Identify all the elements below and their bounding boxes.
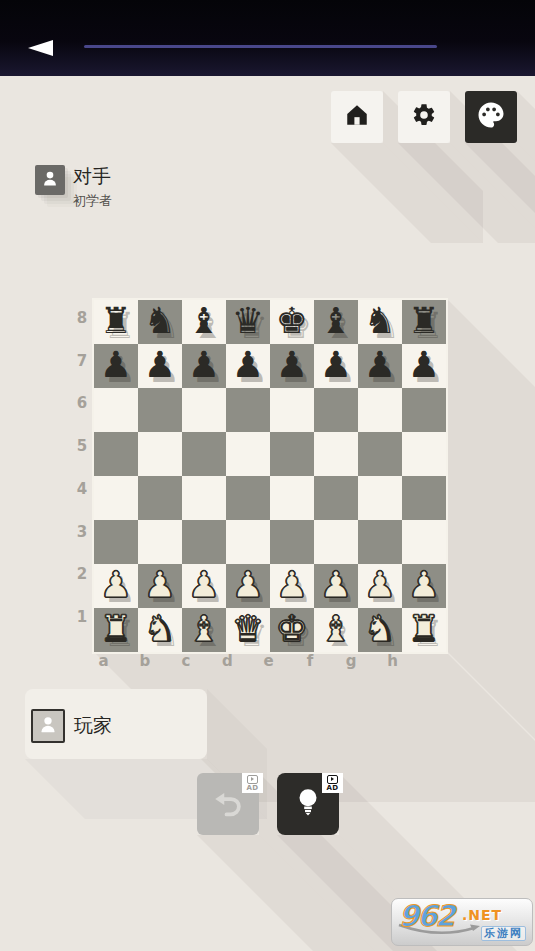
theme-button[interactable] bbox=[465, 91, 517, 143]
square-h7[interactable]: ♟ bbox=[402, 344, 446, 388]
black-knight-piece[interactable]: ♞ bbox=[364, 299, 396, 343]
long-shadow bbox=[448, 300, 535, 762]
square-f2[interactable]: ♟ bbox=[314, 564, 358, 608]
person-icon bbox=[37, 713, 59, 739]
file-label-b: b bbox=[124, 652, 165, 668]
chess-board[interactable]: ♜♞♝♛♚♝♞♜♟♟♟♟♟♟♟♟♟♟♟♟♟♟♟♟♜♞♝♛♚♝♞♜ bbox=[92, 298, 448, 654]
progress-line bbox=[84, 45, 437, 48]
white-pawn-piece[interactable]: ♟ bbox=[320, 563, 352, 607]
black-pawn-piece[interactable]: ♟ bbox=[364, 343, 396, 387]
square-e6[interactable] bbox=[270, 388, 314, 432]
square-g2[interactable]: ♟ bbox=[358, 564, 402, 608]
black-pawn-piece[interactable]: ♟ bbox=[232, 343, 264, 387]
square-g5[interactable] bbox=[358, 432, 402, 476]
app-screen: 对手 初学者 87654321 ♜♞♝♛♚♝♞♜♟♟♟♟♟♟♟♟♟♟♟♟♟♟♟♟… bbox=[0, 0, 535, 951]
file-label-h: h bbox=[372, 652, 413, 668]
ad-label: AD bbox=[326, 785, 338, 792]
square-g6[interactable] bbox=[358, 388, 402, 432]
black-rook-piece[interactable]: ♜ bbox=[408, 299, 440, 343]
square-e4[interactable] bbox=[270, 476, 314, 520]
watermark-number: 962 bbox=[399, 899, 454, 933]
square-e8[interactable]: ♚ bbox=[270, 300, 314, 344]
ad-badge: AD bbox=[242, 773, 263, 793]
top-bar bbox=[0, 0, 535, 76]
long-shadow bbox=[331, 143, 483, 243]
square-b7[interactable]: ♟ bbox=[138, 344, 182, 388]
square-h8[interactable]: ♜ bbox=[402, 300, 446, 344]
file-label-d: d bbox=[207, 652, 248, 668]
person-icon bbox=[40, 168, 60, 192]
square-d1[interactable]: ♛ bbox=[226, 608, 270, 652]
square-a6[interactable] bbox=[94, 388, 138, 432]
square-h2[interactable]: ♟ bbox=[402, 564, 446, 608]
square-c5[interactable] bbox=[182, 432, 226, 476]
player-name: 玩家 bbox=[74, 713, 112, 739]
rank-labels: 87654321 bbox=[72, 310, 92, 625]
square-c3[interactable] bbox=[182, 520, 226, 564]
black-queen-piece[interactable]: ♛ bbox=[232, 299, 264, 343]
black-knight-piece[interactable]: ♞ bbox=[144, 299, 176, 343]
black-pawn-piece[interactable]: ♟ bbox=[320, 343, 352, 387]
square-c7[interactable]: ♟ bbox=[182, 344, 226, 388]
black-pawn-piece[interactable]: ♟ bbox=[100, 343, 132, 387]
lightbulb-icon bbox=[291, 785, 325, 823]
back-button[interactable] bbox=[28, 40, 53, 56]
file-label-c: c bbox=[166, 652, 207, 668]
square-a1[interactable]: ♜ bbox=[94, 608, 138, 652]
square-b3[interactable] bbox=[138, 520, 182, 564]
file-label-e: e bbox=[248, 652, 289, 668]
rank-label-8: 8 bbox=[72, 310, 92, 326]
white-rook-piece[interactable]: ♜ bbox=[100, 607, 132, 651]
video-ad-icon bbox=[247, 775, 258, 784]
square-d4[interactable] bbox=[226, 476, 270, 520]
square-d7[interactable]: ♟ bbox=[226, 344, 270, 388]
opponent-avatar bbox=[35, 165, 65, 195]
rank-label-5: 5 bbox=[72, 438, 92, 454]
watermark-suffix: .NET bbox=[462, 907, 502, 923]
player-card: 玩家 bbox=[25, 689, 207, 759]
square-h4[interactable] bbox=[402, 476, 446, 520]
opponent-name: 对手 bbox=[73, 164, 111, 190]
square-h6[interactable] bbox=[402, 388, 446, 432]
square-g4[interactable] bbox=[358, 476, 402, 520]
square-e3[interactable] bbox=[270, 520, 314, 564]
undo-button[interactable]: AD bbox=[197, 773, 259, 835]
square-f6[interactable] bbox=[314, 388, 358, 432]
white-rook-piece[interactable]: ♜ bbox=[408, 607, 440, 651]
white-pawn-piece[interactable]: ♟ bbox=[100, 563, 132, 607]
watermark-logo: 962 .NET 乐游网 bbox=[391, 898, 533, 946]
home-icon bbox=[344, 102, 370, 132]
square-c4[interactable] bbox=[182, 476, 226, 520]
white-pawn-piece[interactable]: ♟ bbox=[408, 563, 440, 607]
square-g3[interactable] bbox=[358, 520, 402, 564]
white-queen-piece[interactable]: ♛ bbox=[232, 607, 264, 651]
square-e7[interactable]: ♟ bbox=[270, 344, 314, 388]
square-d5[interactable] bbox=[226, 432, 270, 476]
square-d2[interactable]: ♟ bbox=[226, 564, 270, 608]
white-king-piece[interactable]: ♚ bbox=[276, 607, 308, 651]
square-a7[interactable]: ♟ bbox=[94, 344, 138, 388]
square-h1[interactable]: ♜ bbox=[402, 608, 446, 652]
file-label-f: f bbox=[289, 652, 330, 668]
square-a2[interactable]: ♟ bbox=[94, 564, 138, 608]
square-f3[interactable] bbox=[314, 520, 358, 564]
rank-label-2: 2 bbox=[72, 566, 92, 582]
opponent-level: 初学者 bbox=[73, 192, 112, 210]
rank-label-3: 3 bbox=[72, 524, 92, 540]
black-bishop-piece[interactable]: ♝ bbox=[320, 299, 352, 343]
long-shadow bbox=[398, 143, 535, 243]
square-g7[interactable]: ♟ bbox=[358, 344, 402, 388]
settings-button[interactable] bbox=[398, 91, 450, 143]
rank-label-6: 6 bbox=[72, 395, 92, 411]
square-a3[interactable] bbox=[94, 520, 138, 564]
black-king-piece[interactable]: ♚ bbox=[276, 299, 308, 343]
square-d6[interactable] bbox=[226, 388, 270, 432]
palette-icon bbox=[476, 100, 506, 134]
square-f7[interactable]: ♟ bbox=[314, 344, 358, 388]
square-g1[interactable]: ♞ bbox=[358, 608, 402, 652]
square-c8[interactable]: ♝ bbox=[182, 300, 226, 344]
black-pawn-piece[interactable]: ♟ bbox=[188, 343, 220, 387]
black-pawn-piece[interactable]: ♟ bbox=[276, 343, 308, 387]
square-e1[interactable]: ♚ bbox=[270, 608, 314, 652]
white-bishop-piece[interactable]: ♝ bbox=[320, 607, 352, 651]
hint-button[interactable]: AD bbox=[277, 773, 339, 835]
undo-icon bbox=[210, 784, 246, 824]
white-bishop-piece[interactable]: ♝ bbox=[188, 607, 220, 651]
square-f5[interactable] bbox=[314, 432, 358, 476]
white-pawn-piece[interactable]: ♟ bbox=[276, 563, 308, 607]
square-a5[interactable] bbox=[94, 432, 138, 476]
ad-label: AD bbox=[246, 785, 258, 792]
square-b1[interactable]: ♞ bbox=[138, 608, 182, 652]
square-e2[interactable]: ♟ bbox=[270, 564, 314, 608]
square-a4[interactable] bbox=[94, 476, 138, 520]
file-label-a: a bbox=[83, 652, 124, 668]
home-button[interactable] bbox=[331, 91, 383, 143]
white-pawn-piece[interactable]: ♟ bbox=[232, 563, 264, 607]
square-f1[interactable]: ♝ bbox=[314, 608, 358, 652]
square-a8[interactable]: ♜ bbox=[94, 300, 138, 344]
white-pawn-piece[interactable]: ♟ bbox=[144, 563, 176, 607]
square-b5[interactable] bbox=[138, 432, 182, 476]
square-c2[interactable]: ♟ bbox=[182, 564, 226, 608]
player-avatar bbox=[31, 709, 65, 743]
square-b8[interactable]: ♞ bbox=[138, 300, 182, 344]
white-pawn-piece[interactable]: ♟ bbox=[364, 563, 396, 607]
black-pawn-piece[interactable]: ♟ bbox=[144, 343, 176, 387]
file-labels: abcdefgh bbox=[83, 652, 413, 668]
square-f8[interactable]: ♝ bbox=[314, 300, 358, 344]
square-f4[interactable] bbox=[314, 476, 358, 520]
square-g8[interactable]: ♞ bbox=[358, 300, 402, 344]
square-e5[interactable] bbox=[270, 432, 314, 476]
watermark-site: 乐游网 bbox=[481, 926, 526, 941]
white-knight-piece[interactable]: ♞ bbox=[364, 607, 396, 651]
rank-label-7: 7 bbox=[72, 353, 92, 369]
square-d8[interactable]: ♛ bbox=[226, 300, 270, 344]
square-c6[interactable] bbox=[182, 388, 226, 432]
file-label-g: g bbox=[331, 652, 372, 668]
square-d3[interactable] bbox=[226, 520, 270, 564]
long-shadow bbox=[517, 91, 535, 243]
square-c1[interactable]: ♝ bbox=[182, 608, 226, 652]
square-h5[interactable] bbox=[402, 432, 446, 476]
black-rook-piece[interactable]: ♜ bbox=[100, 299, 132, 343]
gear-icon bbox=[411, 102, 437, 132]
long-shadow bbox=[465, 143, 535, 243]
black-bishop-piece[interactable]: ♝ bbox=[188, 299, 220, 343]
white-knight-piece[interactable]: ♞ bbox=[144, 607, 176, 651]
rank-label-4: 4 bbox=[72, 481, 92, 497]
black-pawn-piece[interactable]: ♟ bbox=[408, 343, 440, 387]
square-b2[interactable]: ♟ bbox=[138, 564, 182, 608]
white-pawn-piece[interactable]: ♟ bbox=[188, 563, 220, 607]
ad-badge: AD bbox=[322, 773, 343, 793]
square-h3[interactable] bbox=[402, 520, 446, 564]
square-b4[interactable] bbox=[138, 476, 182, 520]
video-ad-icon bbox=[327, 775, 338, 784]
square-b6[interactable] bbox=[138, 388, 182, 432]
rank-label-1: 1 bbox=[72, 609, 92, 625]
